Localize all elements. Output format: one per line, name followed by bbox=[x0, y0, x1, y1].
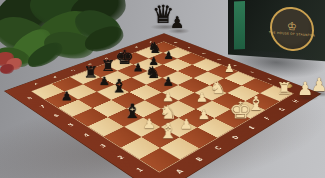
chess-piece-white-rook-h1: ♜ bbox=[276, 81, 292, 97]
coordinate-label-A: A bbox=[25, 80, 47, 89]
coordinate-label-G: G bbox=[272, 104, 292, 115]
coordinate-label-7: 7 bbox=[32, 101, 54, 113]
chess-piece-white-bishop-b2: ♝ bbox=[158, 121, 179, 142]
chess-piece-black-pawn-g7: ♟ bbox=[163, 50, 173, 61]
chess-set-photo: ♔ THE HOUSE OF STAUNTON ♜♜♚♞♟♟♟♟♟♝♞♟♝♟♟♟… bbox=[0, 0, 325, 178]
chess-piece-black-pawn-e5: ♟ bbox=[162, 76, 173, 88]
chess-piece-black-knight-e6: ♞ bbox=[145, 64, 161, 80]
box-emblem-label: THE HOUSE OF STAUNTON bbox=[269, 30, 315, 37]
captured-piece-white-pawn: ♟ bbox=[311, 76, 325, 94]
coordinate-label-5: 5 bbox=[209, 55, 230, 64]
chess-piece-white-king-e1: ♚ bbox=[229, 99, 252, 122]
captured-piece-black-pawn: ♟ bbox=[170, 15, 184, 31]
box-green-lining bbox=[234, 1, 245, 49]
crown-icon: ♔ bbox=[287, 22, 297, 33]
chess-piece-white-pawn-c2: ♟ bbox=[180, 117, 193, 131]
chess-piece-white-knight-f3: ♞ bbox=[210, 79, 227, 96]
chess-piece-black-bishop-c6: ♝ bbox=[110, 77, 128, 95]
chess-piece-black-pawn-a7: ♟ bbox=[61, 90, 73, 102]
chess-piece-white-pawn-e3: ♟ bbox=[196, 91, 208, 103]
coordinate-label-F: F bbox=[257, 113, 278, 125]
coordinate-label-A: A bbox=[166, 164, 193, 178]
box-brand-emblem: ♔ THE HOUSE OF STAUNTON bbox=[270, 5, 314, 52]
chess-piece-black-pawn-c7: ♟ bbox=[99, 76, 110, 88]
chess-piece-white-pawn-b3: ♟ bbox=[142, 117, 155, 131]
chess-piece-black-bishop-b4: ♝ bbox=[123, 101, 142, 121]
flower-blossom bbox=[0, 64, 14, 74]
chess-piece-black-pawn-e7: ♟ bbox=[133, 62, 144, 73]
chess-piece-white-pawn-d2: ♟ bbox=[197, 108, 210, 121]
